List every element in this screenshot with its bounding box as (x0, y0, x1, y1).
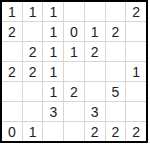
cell-r5c3-clue[interactable]: 1 (43, 82, 63, 101)
cell-r4c4[interactable] (64, 62, 84, 81)
cell-r6c7[interactable] (126, 102, 146, 121)
cell-r4c2-clue[interactable]: 2 (23, 62, 43, 81)
cell-r4c7-clue[interactable]: 1 (126, 62, 146, 81)
cell-r2c2[interactable] (23, 22, 43, 41)
cell-r3c2-clue[interactable]: 2 (23, 42, 43, 61)
cell-r4c3-clue[interactable]: 1 (43, 62, 63, 81)
cell-r1c5[interactable] (85, 2, 105, 21)
cell-r3c5-clue[interactable]: 2 (85, 42, 105, 61)
cell-r2c4-clue[interactable]: 0 (64, 22, 84, 41)
cell-r6c3-clue[interactable]: 3 (43, 102, 63, 121)
cell-r1c6[interactable] (106, 2, 126, 21)
cell-r7c3[interactable] (43, 122, 63, 141)
cell-r6c5-clue[interactable]: 3 (85, 102, 105, 121)
cell-r7c7-clue[interactable]: 2 (126, 122, 146, 141)
cell-r7c4[interactable] (64, 122, 84, 141)
cell-r7c5-clue[interactable]: 2 (85, 122, 105, 141)
cell-r3c7[interactable] (126, 42, 146, 61)
cell-r6c4[interactable] (64, 102, 84, 121)
cell-r1c1-clue[interactable]: 1 (2, 2, 22, 21)
cell-r7c6-clue[interactable]: 2 (106, 122, 126, 141)
cell-r5c1[interactable] (2, 82, 22, 101)
cell-r2c5-clue[interactable]: 1 (85, 22, 105, 41)
puzzle-board: 111221012211222111253301222 (0, 0, 148, 143)
cell-r4c5[interactable] (85, 62, 105, 81)
cell-r5c5[interactable] (85, 82, 105, 101)
cell-r4c6[interactable] (106, 62, 126, 81)
cell-r5c4-clue[interactable]: 2 (64, 82, 84, 101)
cell-r6c6[interactable] (106, 102, 126, 121)
cell-r3c1[interactable] (2, 42, 22, 61)
cell-r4c1-clue[interactable]: 2 (2, 62, 22, 81)
cell-r6c2[interactable] (23, 102, 43, 121)
cell-r2c7[interactable] (126, 22, 146, 41)
cell-r1c2-clue[interactable]: 1 (23, 2, 43, 21)
cell-r2c1-clue[interactable]: 2 (2, 22, 22, 41)
cell-r2c3-clue[interactable]: 1 (43, 22, 63, 41)
cell-r5c2[interactable] (23, 82, 43, 101)
cell-r1c3-clue[interactable]: 1 (43, 2, 63, 21)
cell-r7c2-clue[interactable]: 1 (23, 122, 43, 141)
cell-r1c7-clue[interactable]: 2 (126, 2, 146, 21)
cell-r3c3-clue[interactable]: 1 (43, 42, 63, 61)
cell-r3c6[interactable] (106, 42, 126, 61)
cell-r2c6-clue[interactable]: 2 (106, 22, 126, 41)
cell-r5c7[interactable] (126, 82, 146, 101)
cell-r5c6-clue[interactable]: 5 (106, 82, 126, 101)
cell-r1c4[interactable] (64, 2, 84, 21)
cell-r7c1-clue[interactable]: 0 (2, 122, 22, 141)
cell-r6c1[interactable] (2, 102, 22, 121)
cell-r3c4-clue[interactable]: 1 (64, 42, 84, 61)
